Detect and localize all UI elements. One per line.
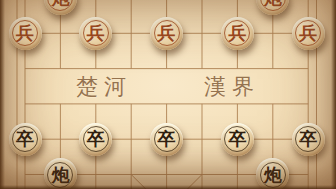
piece-red-soldier-f2[interactable]: 兵 — [79, 17, 112, 50]
piece-black-soldier-f0[interactable]: 卒 — [9, 123, 42, 156]
piece-black-soldier-f6[interactable]: 卒 — [221, 123, 254, 156]
piece-character: 卒 — [299, 130, 317, 148]
board-edge-bottom — [0, 185, 336, 189]
piece-character: 炮 — [264, 166, 282, 184]
piece-character: 兵 — [158, 24, 176, 42]
piece-character: 炮 — [264, 0, 282, 7]
piece-character: 兵 — [16, 24, 34, 42]
piece-character: 卒 — [158, 130, 176, 148]
xiangqi-board[interactable]: 楚河 漢界 炮炮兵兵兵兵兵卒卒卒卒卒炮炮 — [0, 0, 336, 189]
board-edge-left — [0, 0, 5, 189]
board-edge-right — [331, 0, 336, 189]
piece-character: 卒 — [87, 130, 105, 148]
piece-character: 卒 — [16, 130, 34, 148]
river-label-chu-he: 楚河 — [70, 72, 132, 102]
piece-red-soldier-f4[interactable]: 兵 — [150, 17, 183, 50]
piece-character: 炮 — [51, 166, 69, 184]
piece-red-soldier-f8[interactable]: 兵 — [292, 17, 325, 50]
piece-red-soldier-f0[interactable]: 兵 — [9, 17, 42, 50]
piece-black-soldier-f4[interactable]: 卒 — [150, 123, 183, 156]
piece-character: 兵 — [87, 24, 105, 42]
piece-black-soldier-f2[interactable]: 卒 — [79, 123, 112, 156]
piece-red-soldier-f6[interactable]: 兵 — [221, 17, 254, 50]
river-label-han-jie: 漢界 — [198, 72, 260, 102]
piece-black-soldier-f8[interactable]: 卒 — [292, 123, 325, 156]
piece-character: 兵 — [228, 24, 246, 42]
piece-character: 兵 — [299, 24, 317, 42]
piece-character: 炮 — [51, 0, 69, 7]
piece-character: 卒 — [228, 130, 246, 148]
